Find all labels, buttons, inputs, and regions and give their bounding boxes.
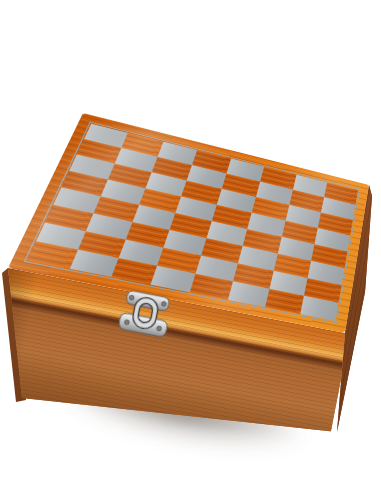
product-photo-scene [0,0,381,492]
clasp-plates [118,290,173,338]
metal-clasp [111,283,178,347]
